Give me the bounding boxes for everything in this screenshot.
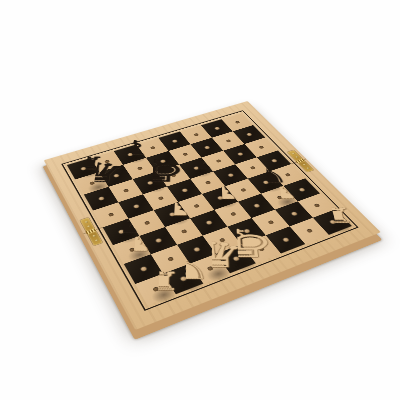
peg-hole-icon — [218, 238, 225, 243]
square-g2[interactable] — [275, 201, 313, 226]
queen-glyph: ♛ — [63, 160, 128, 186]
hinge-knuckle — [85, 228, 96, 234]
peg-hole-icon — [227, 173, 233, 177]
chess-set-scene: ♜♝♛♚♟♟♞♟♟♟♟♜♞♛♚♜ — [0, 0, 400, 400]
peg-hole-icon — [193, 204, 199, 208]
peg-hole-icon — [215, 159, 221, 163]
peg-hole-icon — [237, 152, 243, 156]
peg-hole-icon — [232, 256, 239, 261]
hinge-screw — [302, 164, 306, 166]
hinge-screw — [84, 221, 88, 224]
peg-hole-icon — [193, 133, 199, 136]
square-c2[interactable] — [177, 236, 216, 264]
hinge-screw — [92, 235, 96, 238]
hinge-screw — [94, 239, 98, 242]
peg-hole-icon — [290, 211, 297, 215]
peg-hole-icon — [214, 127, 220, 130]
peg-hole-icon — [98, 196, 104, 200]
peg-hole-icon — [306, 228, 313, 233]
peg-hole-icon — [253, 204, 259, 208]
square-b4[interactable] — [129, 210, 166, 236]
hinge-screw — [87, 225, 91, 228]
peg-hole-icon — [140, 266, 147, 271]
hinge-screw — [292, 153, 295, 155]
peg-hole-icon — [230, 212, 237, 216]
peg-hole-icon — [155, 238, 162, 243]
peg-hole-icon — [169, 212, 175, 216]
peg-hole-icon — [225, 139, 231, 142]
peg-hole-icon — [204, 146, 210, 149]
peg-hole-icon — [206, 266, 213, 271]
hinge-screw — [295, 156, 298, 158]
peg-hole-icon — [271, 159, 277, 163]
peg-hole-icon — [180, 229, 187, 234]
board-3d-wrapper: ♜♝♛♚♟♟♞♟♟♟♟♜♞♛♚♜ — [44, 101, 381, 330]
peg-hole-icon — [179, 276, 186, 281]
peg-hole-icon — [118, 229, 124, 234]
chess-board-grid — [67, 113, 352, 305]
peg-hole-icon — [181, 188, 187, 192]
peg-hole-icon — [282, 237, 289, 242]
peg-hole-icon — [329, 220, 336, 224]
peg-hole-icon — [246, 133, 252, 136]
hinge-knuckle — [295, 159, 305, 164]
peg-hole-icon — [152, 286, 159, 292]
square-c3[interactable] — [165, 218, 203, 244]
peg-hole-icon — [123, 189, 129, 193]
peg-hole-icon — [258, 145, 264, 148]
hinge-screw — [306, 167, 310, 169]
peg-hole-icon — [240, 188, 246, 192]
peg-hole-icon — [298, 188, 304, 192]
peg-hole-icon — [172, 139, 178, 142]
board-slab: ♜♝♛♚♟♟♞♟♟♟♟♜♞♛♚♜ — [44, 101, 381, 330]
peg-hole-icon — [128, 247, 135, 252]
peg-hole-icon — [234, 121, 240, 124]
square-a3[interactable] — [113, 236, 151, 264]
peg-hole-icon — [257, 247, 264, 252]
product-photo-canvas: ♜♝♛♚♟♟♞♟♟♟♟♜♞♛♚♜ — [0, 0, 400, 400]
peg-hole-icon — [193, 247, 200, 252]
square-b3[interactable] — [139, 227, 177, 254]
